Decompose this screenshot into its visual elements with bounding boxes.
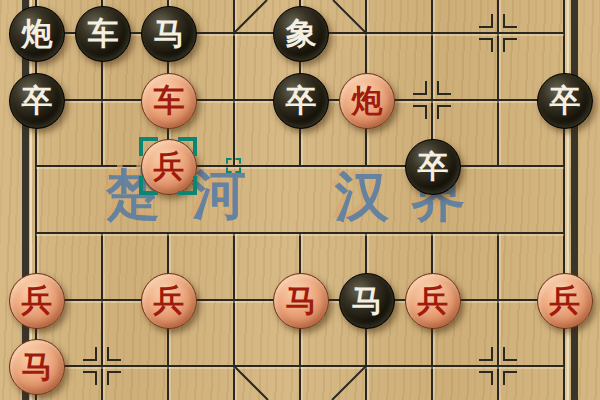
piece-red-soldier[interactable]: 兵 [9,273,65,329]
piece-black-chariot[interactable]: 车 [75,6,131,62]
piece-black-soldier[interactable]: 卒 [9,73,65,129]
piece-red-soldier[interactable]: 兵 [537,273,593,329]
piece-black-horse[interactable]: 马 [141,6,197,62]
move-target-marker[interactable] [226,158,241,173]
piece-red-chariot[interactable]: 车 [141,73,197,129]
piece-black-soldier[interactable]: 卒 [405,139,461,195]
piece-red-horse[interactable]: 马 [273,273,329,329]
piece-black-horse[interactable]: 马 [339,273,395,329]
piece-black-soldier[interactable]: 卒 [537,73,593,129]
piece-black-soldier[interactable]: 卒 [273,73,329,129]
xiangqi-board-screen: 楚河 汉界 炮车马象卒车卒炮卒兵卒兵兵马马兵兵马 [0,0,600,400]
piece-red-soldier[interactable]: 兵 [141,273,197,329]
piece-red-horse[interactable]: 马 [9,339,65,395]
piece-black-cannon[interactable]: 炮 [9,6,65,62]
piece-black-elephant[interactable]: 象 [273,6,329,62]
piece-red-soldier[interactable]: 兵 [405,273,461,329]
piece-red-cannon[interactable]: 炮 [339,73,395,129]
piece-red-soldier[interactable]: 兵 [141,139,197,195]
